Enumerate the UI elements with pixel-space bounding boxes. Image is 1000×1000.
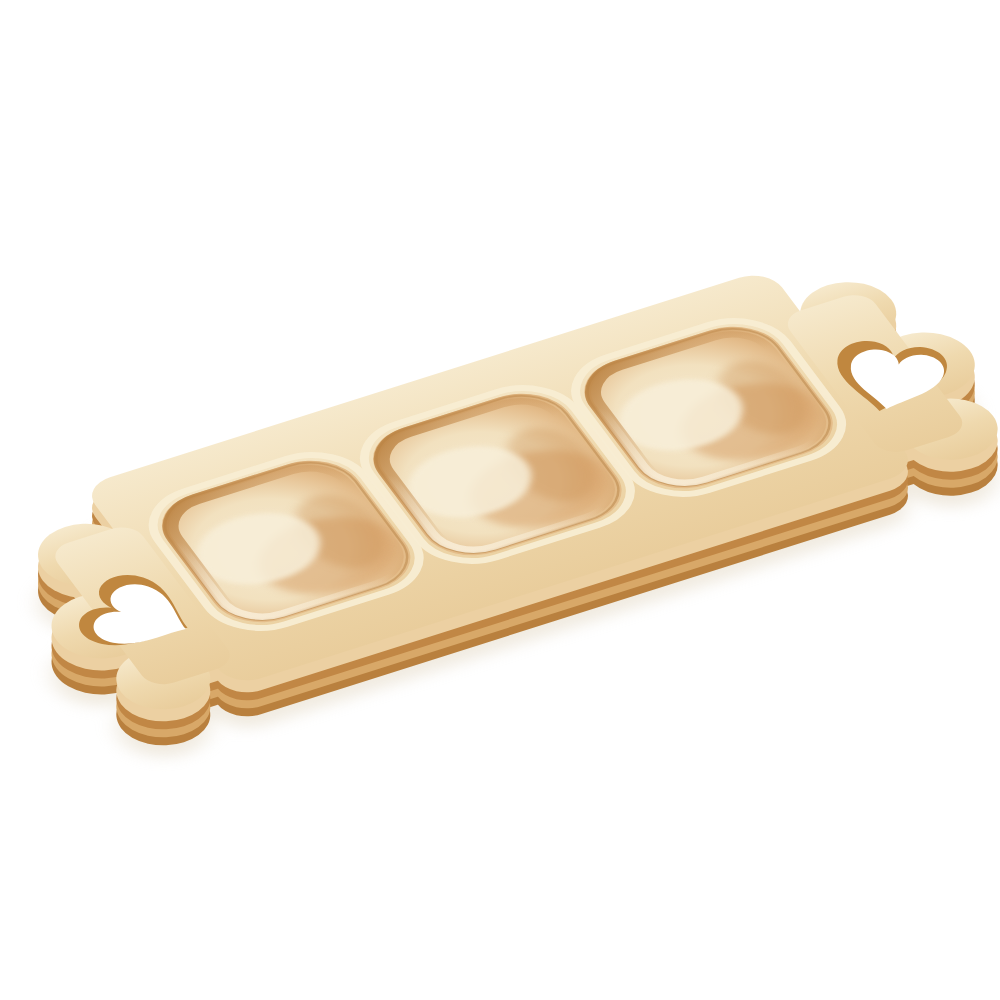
tray-illustration	[0, 0, 1000, 1000]
product-photo	[0, 0, 1000, 1000]
tray-top-face	[0, 226, 1000, 732]
